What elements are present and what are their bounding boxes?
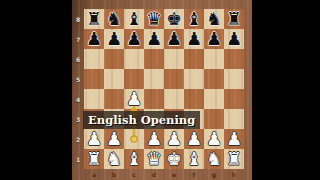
square-b7[interactable]: ♟ bbox=[104, 29, 124, 49]
square-b2[interactable]: ♟ bbox=[104, 129, 124, 149]
letterbox-right bbox=[252, 0, 320, 180]
piece-white-pawn-e2[interactable]: ♟ bbox=[164, 129, 184, 149]
square-h6[interactable] bbox=[224, 49, 244, 69]
square-f8[interactable]: ♝ bbox=[184, 9, 204, 29]
opening-name-label: English Opening bbox=[83, 111, 200, 129]
square-f5[interactable] bbox=[184, 69, 204, 89]
square-h2[interactable]: ♟ bbox=[224, 129, 244, 149]
square-a1[interactable]: ♜ bbox=[84, 149, 104, 169]
file-label-c: c bbox=[124, 169, 144, 180]
piece-white-king-e1[interactable]: ♚ bbox=[164, 149, 184, 169]
piece-black-rook-h8[interactable]: ♜ bbox=[224, 9, 244, 29]
video-frame: ♜♞♝♛♚♝♞♜♟♟♟♟♟♟♟♟♟♟♟♟♟♟♟♟♜♞♝♛♚♝♞♜ English… bbox=[0, 0, 320, 180]
rank-label-7: 7 bbox=[72, 29, 84, 49]
square-d6[interactable] bbox=[144, 49, 164, 69]
square-h3[interactable] bbox=[224, 109, 244, 129]
square-g2[interactable]: ♟ bbox=[204, 129, 224, 149]
square-g1[interactable]: ♞ bbox=[204, 149, 224, 169]
piece-black-bishop-c8[interactable]: ♝ bbox=[124, 9, 144, 29]
square-b1[interactable]: ♞ bbox=[104, 149, 124, 169]
square-b6[interactable] bbox=[104, 49, 124, 69]
square-e4[interactable] bbox=[164, 89, 184, 109]
square-e1[interactable]: ♚ bbox=[164, 149, 184, 169]
piece-white-pawn-a2[interactable]: ♟ bbox=[84, 129, 104, 149]
piece-white-bishop-f1[interactable]: ♝ bbox=[184, 149, 204, 169]
square-d8[interactable]: ♛ bbox=[144, 9, 164, 29]
square-e2[interactable]: ♟ bbox=[164, 129, 184, 149]
square-f7[interactable]: ♟ bbox=[184, 29, 204, 49]
square-e6[interactable] bbox=[164, 49, 184, 69]
piece-black-rook-a8[interactable]: ♜ bbox=[84, 9, 104, 29]
piece-black-bishop-f8[interactable]: ♝ bbox=[184, 9, 204, 29]
board-squares: ♜♞♝♛♚♝♞♜♟♟♟♟♟♟♟♟♟♟♟♟♟♟♟♟♜♞♝♛♚♝♞♜ bbox=[84, 9, 244, 169]
file-label-b: b bbox=[104, 169, 124, 180]
piece-black-queen-d8[interactable]: ♛ bbox=[144, 9, 164, 29]
piece-white-pawn-f2[interactable]: ♟ bbox=[184, 129, 204, 149]
piece-white-pawn-b2[interactable]: ♟ bbox=[104, 129, 124, 149]
file-label-e: e bbox=[164, 169, 184, 180]
piece-white-rook-a1[interactable]: ♜ bbox=[84, 149, 104, 169]
square-g4[interactable] bbox=[204, 89, 224, 109]
square-a2[interactable]: ♟ bbox=[84, 129, 104, 149]
piece-black-pawn-f7[interactable]: ♟ bbox=[184, 29, 204, 49]
square-d5[interactable] bbox=[144, 69, 164, 89]
square-g7[interactable]: ♟ bbox=[204, 29, 224, 49]
square-e8[interactable]: ♚ bbox=[164, 9, 184, 29]
piece-white-knight-g1[interactable]: ♞ bbox=[204, 149, 224, 169]
piece-black-pawn-h7[interactable]: ♟ bbox=[224, 29, 244, 49]
square-c1[interactable]: ♝ bbox=[124, 149, 144, 169]
square-g6[interactable] bbox=[204, 49, 224, 69]
square-a7[interactable]: ♟ bbox=[84, 29, 104, 49]
square-e7[interactable]: ♟ bbox=[164, 29, 184, 49]
piece-black-knight-b8[interactable]: ♞ bbox=[104, 9, 124, 29]
piece-black-king-e8[interactable]: ♚ bbox=[164, 9, 184, 29]
square-a4[interactable] bbox=[84, 89, 104, 109]
square-h7[interactable]: ♟ bbox=[224, 29, 244, 49]
square-a8[interactable]: ♜ bbox=[84, 9, 104, 29]
rank-label-2: 2 bbox=[72, 129, 84, 149]
square-b8[interactable]: ♞ bbox=[104, 9, 124, 29]
piece-black-pawn-a7[interactable]: ♟ bbox=[84, 29, 104, 49]
file-label-h: h bbox=[224, 169, 244, 180]
square-a6[interactable] bbox=[84, 49, 104, 69]
square-d2[interactable]: ♟ bbox=[144, 129, 164, 149]
square-d7[interactable]: ♟ bbox=[144, 29, 164, 49]
letterbox-left bbox=[0, 0, 72, 180]
piece-white-pawn-h2[interactable]: ♟ bbox=[224, 129, 244, 149]
piece-black-pawn-b7[interactable]: ♟ bbox=[104, 29, 124, 49]
square-h5[interactable] bbox=[224, 69, 244, 89]
square-f6[interactable] bbox=[184, 49, 204, 69]
square-c7[interactable]: ♟ bbox=[124, 29, 144, 49]
file-label-f: f bbox=[184, 169, 204, 180]
file-label-d: d bbox=[144, 169, 164, 180]
square-c2[interactable] bbox=[124, 129, 144, 149]
square-h4[interactable] bbox=[224, 89, 244, 109]
square-b5[interactable] bbox=[104, 69, 124, 89]
square-g3[interactable] bbox=[204, 109, 224, 129]
piece-white-pawn-c4[interactable]: ♟ bbox=[124, 89, 144, 109]
square-f4[interactable] bbox=[184, 89, 204, 109]
square-h8[interactable]: ♜ bbox=[224, 9, 244, 29]
chess-board: ♜♞♝♛♚♝♞♜♟♟♟♟♟♟♟♟♟♟♟♟♟♟♟♟♜♞♝♛♚♝♞♜ English… bbox=[72, 0, 252, 180]
piece-white-bishop-c1[interactable]: ♝ bbox=[124, 149, 144, 169]
piece-black-knight-g8[interactable]: ♞ bbox=[204, 9, 224, 29]
square-c6[interactable] bbox=[124, 49, 144, 69]
file-label-g: g bbox=[204, 169, 224, 180]
piece-black-pawn-d7[interactable]: ♟ bbox=[144, 29, 164, 49]
piece-black-pawn-e7[interactable]: ♟ bbox=[164, 29, 184, 49]
square-d4[interactable] bbox=[144, 89, 164, 109]
rank-label-5: 5 bbox=[72, 69, 84, 89]
square-c4[interactable]: ♟ bbox=[124, 89, 144, 109]
square-c5[interactable] bbox=[124, 69, 144, 89]
square-g5[interactable] bbox=[204, 69, 224, 89]
square-f2[interactable]: ♟ bbox=[184, 129, 204, 149]
piece-white-queen-d1[interactable]: ♛ bbox=[144, 149, 164, 169]
square-d1[interactable]: ♛ bbox=[144, 149, 164, 169]
piece-white-rook-h1[interactable]: ♜ bbox=[224, 149, 244, 169]
square-c8[interactable]: ♝ bbox=[124, 9, 144, 29]
piece-black-pawn-c7[interactable]: ♟ bbox=[124, 29, 144, 49]
piece-black-pawn-g7[interactable]: ♟ bbox=[204, 29, 224, 49]
piece-white-knight-b1[interactable]: ♞ bbox=[104, 149, 124, 169]
file-label-a: a bbox=[84, 169, 104, 180]
square-e5[interactable] bbox=[164, 69, 184, 89]
rank-label-1: 1 bbox=[72, 149, 84, 169]
piece-white-pawn-d2[interactable]: ♟ bbox=[144, 129, 164, 149]
rank-label-4: 4 bbox=[72, 89, 84, 109]
square-g8[interactable]: ♞ bbox=[204, 9, 224, 29]
square-a5[interactable] bbox=[84, 69, 104, 89]
square-f1[interactable]: ♝ bbox=[184, 149, 204, 169]
square-h1[interactable]: ♜ bbox=[224, 149, 244, 169]
rank-label-8: 8 bbox=[72, 9, 84, 29]
rank-label-6: 6 bbox=[72, 49, 84, 69]
square-b4[interactable] bbox=[104, 89, 124, 109]
piece-white-pawn-g2[interactable]: ♟ bbox=[204, 129, 224, 149]
